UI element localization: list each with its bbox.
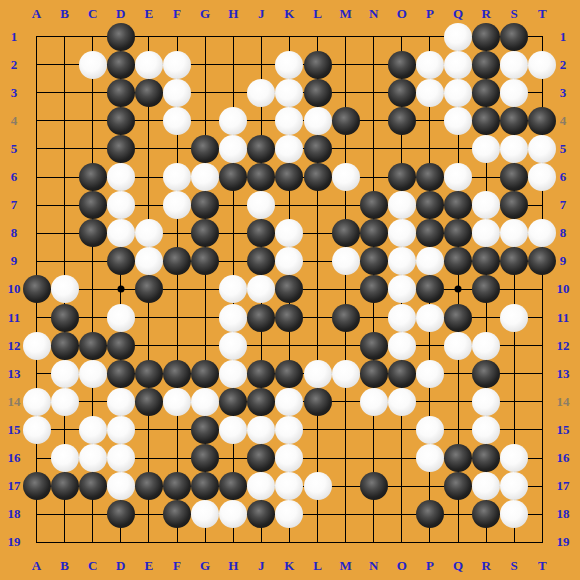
grid-line-horizontal bbox=[36, 542, 543, 543]
stone-black[interactable] bbox=[360, 332, 388, 360]
row-label-left: 19 bbox=[8, 534, 21, 550]
stone-white[interactable] bbox=[388, 275, 416, 303]
stone-black[interactable] bbox=[360, 275, 388, 303]
stone-black[interactable] bbox=[472, 51, 500, 79]
stone-white[interactable] bbox=[275, 388, 303, 416]
stone-black[interactable] bbox=[500, 107, 528, 135]
stone-black[interactable] bbox=[191, 219, 219, 247]
stone-black[interactable] bbox=[79, 219, 107, 247]
stone-white[interactable] bbox=[79, 360, 107, 388]
stone-black[interactable] bbox=[472, 500, 500, 528]
stone-black[interactable] bbox=[219, 472, 247, 500]
stone-black[interactable] bbox=[332, 304, 360, 332]
stone-white[interactable] bbox=[500, 472, 528, 500]
stone-black[interactable] bbox=[332, 219, 360, 247]
row-label-left: 11 bbox=[8, 310, 20, 326]
stone-black[interactable] bbox=[472, 444, 500, 472]
row-label-right: 3 bbox=[560, 85, 567, 101]
col-label-bottom: L bbox=[313, 558, 322, 574]
stone-black[interactable] bbox=[163, 247, 191, 275]
stone-black[interactable] bbox=[247, 163, 275, 191]
stone-white[interactable] bbox=[247, 472, 275, 500]
stone-black[interactable] bbox=[107, 79, 135, 107]
stone-white[interactable] bbox=[107, 219, 135, 247]
stone-white[interactable] bbox=[107, 304, 135, 332]
stone-white[interactable] bbox=[79, 416, 107, 444]
stone-black[interactable] bbox=[247, 135, 275, 163]
row-label-left: 6 bbox=[11, 169, 18, 185]
stone-white[interactable] bbox=[219, 360, 247, 388]
col-label-bottom: R bbox=[481, 558, 490, 574]
row-label-left: 17 bbox=[8, 478, 21, 494]
stone-white[interactable] bbox=[163, 388, 191, 416]
stone-black[interactable] bbox=[247, 360, 275, 388]
stone-black[interactable] bbox=[219, 388, 247, 416]
stone-white[interactable] bbox=[163, 79, 191, 107]
col-label-top: E bbox=[145, 6, 154, 22]
stone-black[interactable] bbox=[79, 332, 107, 360]
stone-black[interactable] bbox=[444, 304, 472, 332]
col-label-top: S bbox=[511, 6, 518, 22]
col-label-top: B bbox=[60, 6, 69, 22]
stone-black[interactable] bbox=[360, 472, 388, 500]
stone-black[interactable] bbox=[416, 500, 444, 528]
row-label-left: 18 bbox=[8, 506, 21, 522]
stone-white[interactable] bbox=[332, 247, 360, 275]
stone-black[interactable] bbox=[304, 135, 332, 163]
stone-black[interactable] bbox=[51, 304, 79, 332]
stone-black[interactable] bbox=[107, 23, 135, 51]
stone-white[interactable] bbox=[444, 107, 472, 135]
stone-white[interactable] bbox=[304, 360, 332, 388]
stone-black[interactable] bbox=[500, 247, 528, 275]
stone-white[interactable] bbox=[275, 135, 303, 163]
stone-white[interactable] bbox=[219, 304, 247, 332]
stone-black[interactable] bbox=[135, 360, 163, 388]
stone-white[interactable] bbox=[304, 472, 332, 500]
stone-white[interactable] bbox=[444, 79, 472, 107]
stone-black[interactable] bbox=[107, 51, 135, 79]
stone-white[interactable] bbox=[163, 107, 191, 135]
stone-black[interactable] bbox=[275, 275, 303, 303]
stone-black[interactable] bbox=[191, 472, 219, 500]
stone-white[interactable] bbox=[472, 332, 500, 360]
row-label-right: 2 bbox=[560, 57, 567, 73]
col-label-bottom: K bbox=[284, 558, 294, 574]
stone-white[interactable] bbox=[416, 304, 444, 332]
stone-black[interactable] bbox=[388, 360, 416, 388]
stone-white[interactable] bbox=[275, 219, 303, 247]
stone-white[interactable] bbox=[444, 23, 472, 51]
stone-black[interactable] bbox=[191, 247, 219, 275]
row-label-right: 11 bbox=[557, 310, 569, 326]
col-label-top: C bbox=[88, 6, 97, 22]
row-label-left: 1 bbox=[11, 29, 18, 45]
stone-white[interactable] bbox=[275, 107, 303, 135]
stone-black[interactable] bbox=[191, 360, 219, 388]
stone-white[interactable] bbox=[79, 51, 107, 79]
row-label-right: 14 bbox=[557, 394, 570, 410]
stone-black[interactable] bbox=[416, 163, 444, 191]
stone-white[interactable] bbox=[304, 107, 332, 135]
stone-black[interactable] bbox=[191, 135, 219, 163]
stone-black[interactable] bbox=[360, 247, 388, 275]
stone-white[interactable] bbox=[79, 444, 107, 472]
stone-black[interactable] bbox=[360, 219, 388, 247]
row-label-right: 9 bbox=[560, 253, 567, 269]
stone-white[interactable] bbox=[23, 416, 51, 444]
stone-white[interactable] bbox=[332, 163, 360, 191]
stone-white[interactable] bbox=[528, 51, 556, 79]
stone-white[interactable] bbox=[247, 416, 275, 444]
stone-black[interactable] bbox=[51, 472, 79, 500]
stone-black[interactable] bbox=[304, 79, 332, 107]
row-label-right: 7 bbox=[560, 197, 567, 213]
col-label-top: D bbox=[116, 6, 125, 22]
stone-black[interactable] bbox=[51, 332, 79, 360]
row-label-right: 15 bbox=[557, 422, 570, 438]
stone-black[interactable] bbox=[107, 247, 135, 275]
stone-black[interactable] bbox=[388, 51, 416, 79]
stone-black[interactable] bbox=[247, 304, 275, 332]
col-label-top: F bbox=[173, 6, 181, 22]
row-label-left: 5 bbox=[11, 141, 18, 157]
stone-white[interactable] bbox=[444, 163, 472, 191]
row-label-left: 8 bbox=[11, 225, 18, 241]
stone-black[interactable] bbox=[472, 247, 500, 275]
row-label-right: 5 bbox=[560, 141, 567, 157]
stone-black[interactable] bbox=[472, 107, 500, 135]
row-label-left: 3 bbox=[11, 85, 18, 101]
col-label-bottom: O bbox=[397, 558, 407, 574]
stone-white[interactable] bbox=[247, 191, 275, 219]
stone-white[interactable] bbox=[388, 304, 416, 332]
stone-black[interactable] bbox=[416, 191, 444, 219]
stone-white[interactable] bbox=[107, 444, 135, 472]
col-label-bottom: H bbox=[228, 558, 238, 574]
stone-white[interactable] bbox=[191, 500, 219, 528]
stone-white[interactable] bbox=[51, 360, 79, 388]
stone-black[interactable] bbox=[500, 163, 528, 191]
col-label-bottom: T bbox=[538, 558, 547, 574]
stone-white[interactable] bbox=[388, 191, 416, 219]
col-label-top: J bbox=[258, 6, 265, 22]
stone-black[interactable] bbox=[444, 247, 472, 275]
col-label-bottom: M bbox=[339, 558, 351, 574]
row-label-left: 12 bbox=[8, 338, 21, 354]
stone-white[interactable] bbox=[51, 388, 79, 416]
row-label-right: 13 bbox=[557, 366, 570, 382]
row-label-left: 9 bbox=[11, 253, 18, 269]
stone-black[interactable] bbox=[247, 247, 275, 275]
col-label-top: N bbox=[369, 6, 378, 22]
stone-black[interactable] bbox=[247, 219, 275, 247]
row-label-left: 13 bbox=[8, 366, 21, 382]
stone-black[interactable] bbox=[23, 472, 51, 500]
row-label-left: 16 bbox=[8, 450, 21, 466]
stone-white[interactable] bbox=[135, 51, 163, 79]
stone-white[interactable] bbox=[388, 388, 416, 416]
stone-black[interactable] bbox=[472, 360, 500, 388]
stone-white[interactable] bbox=[388, 247, 416, 275]
stone-white[interactable] bbox=[107, 163, 135, 191]
stone-white[interactable] bbox=[23, 388, 51, 416]
stone-black[interactable] bbox=[360, 191, 388, 219]
col-label-bottom: F bbox=[173, 558, 181, 574]
stone-white[interactable] bbox=[219, 332, 247, 360]
col-label-top: A bbox=[32, 6, 41, 22]
stone-black[interactable] bbox=[219, 163, 247, 191]
stone-white[interactable] bbox=[416, 51, 444, 79]
stone-white[interactable] bbox=[500, 51, 528, 79]
stone-white[interactable] bbox=[275, 79, 303, 107]
stone-black[interactable] bbox=[107, 107, 135, 135]
stone-white[interactable] bbox=[416, 247, 444, 275]
stone-white[interactable] bbox=[472, 135, 500, 163]
stone-black[interactable] bbox=[275, 304, 303, 332]
stone-white[interactable] bbox=[191, 163, 219, 191]
col-label-top: R bbox=[481, 6, 490, 22]
row-label-left: 15 bbox=[8, 422, 21, 438]
stone-black[interactable] bbox=[304, 388, 332, 416]
stone-black[interactable] bbox=[191, 191, 219, 219]
stone-white[interactable] bbox=[163, 191, 191, 219]
stone-black[interactable] bbox=[191, 444, 219, 472]
stone-white[interactable] bbox=[219, 275, 247, 303]
stone-white[interactable] bbox=[275, 444, 303, 472]
col-label-top: O bbox=[397, 6, 407, 22]
stone-white[interactable] bbox=[219, 135, 247, 163]
stone-black[interactable] bbox=[388, 79, 416, 107]
stone-black[interactable] bbox=[107, 500, 135, 528]
stone-white[interactable] bbox=[163, 163, 191, 191]
row-label-right: 8 bbox=[560, 225, 567, 241]
col-label-bottom: B bbox=[60, 558, 69, 574]
stone-black[interactable] bbox=[135, 472, 163, 500]
row-label-left: 2 bbox=[11, 57, 18, 73]
stone-black[interactable] bbox=[528, 247, 556, 275]
stone-black[interactable] bbox=[247, 444, 275, 472]
go-board-screen: AABBCCDDEEFFGGHHJJKKLLMMNNOOPPQQRRSSTT11… bbox=[0, 0, 580, 580]
stone-white[interactable] bbox=[107, 191, 135, 219]
stone-white[interactable] bbox=[135, 247, 163, 275]
stone-white[interactable] bbox=[500, 500, 528, 528]
stone-white[interactable] bbox=[275, 51, 303, 79]
col-label-top: G bbox=[200, 6, 210, 22]
stone-white[interactable] bbox=[107, 472, 135, 500]
stone-white[interactable] bbox=[219, 107, 247, 135]
stone-white[interactable] bbox=[219, 500, 247, 528]
stone-black[interactable] bbox=[79, 191, 107, 219]
col-label-top: K bbox=[284, 6, 294, 22]
stone-black[interactable] bbox=[191, 416, 219, 444]
stone-black[interactable] bbox=[444, 472, 472, 500]
stone-white[interactable] bbox=[275, 472, 303, 500]
stone-black[interactable] bbox=[163, 500, 191, 528]
stone-white[interactable] bbox=[528, 135, 556, 163]
row-label-left: 7 bbox=[11, 197, 18, 213]
col-label-bottom: G bbox=[200, 558, 210, 574]
stone-black[interactable] bbox=[304, 163, 332, 191]
stone-white[interactable] bbox=[275, 500, 303, 528]
hoshi-point bbox=[117, 286, 124, 293]
stone-white[interactable] bbox=[388, 219, 416, 247]
stone-white[interactable] bbox=[500, 219, 528, 247]
row-label-left: 14 bbox=[8, 394, 21, 410]
row-label-right: 1 bbox=[560, 29, 567, 45]
stone-white[interactable] bbox=[51, 275, 79, 303]
stone-black[interactable] bbox=[79, 472, 107, 500]
stone-white[interactable] bbox=[191, 388, 219, 416]
col-label-top: L bbox=[313, 6, 322, 22]
col-label-bottom: C bbox=[88, 558, 97, 574]
row-label-right: 12 bbox=[557, 338, 570, 354]
stone-white[interactable] bbox=[135, 219, 163, 247]
stone-white[interactable] bbox=[51, 444, 79, 472]
stone-white[interactable] bbox=[500, 444, 528, 472]
stone-black[interactable] bbox=[500, 23, 528, 51]
col-label-bottom: P bbox=[426, 558, 434, 574]
stone-black[interactable] bbox=[79, 163, 107, 191]
stone-white[interactable] bbox=[416, 360, 444, 388]
col-label-bottom: A bbox=[32, 558, 41, 574]
row-label-left: 4 bbox=[11, 113, 18, 129]
stone-black[interactable] bbox=[472, 79, 500, 107]
stone-white[interactable] bbox=[219, 416, 247, 444]
stone-white[interactable] bbox=[107, 388, 135, 416]
col-label-top: M bbox=[339, 6, 351, 22]
stone-white[interactable] bbox=[500, 135, 528, 163]
stone-black[interactable] bbox=[332, 107, 360, 135]
stone-black[interactable] bbox=[23, 275, 51, 303]
stone-black[interactable] bbox=[444, 444, 472, 472]
stone-black[interactable] bbox=[107, 360, 135, 388]
row-label-right: 4 bbox=[560, 113, 567, 129]
stone-black[interactable] bbox=[416, 219, 444, 247]
stone-white[interactable] bbox=[500, 79, 528, 107]
stone-white[interactable] bbox=[23, 332, 51, 360]
stone-white[interactable] bbox=[472, 416, 500, 444]
row-label-right: 16 bbox=[557, 450, 570, 466]
hoshi-point bbox=[455, 286, 462, 293]
col-label-top: Q bbox=[453, 6, 463, 22]
col-label-top: P bbox=[426, 6, 434, 22]
stone-white[interactable] bbox=[416, 416, 444, 444]
stone-white[interactable] bbox=[107, 416, 135, 444]
row-label-right: 17 bbox=[557, 478, 570, 494]
col-label-top: H bbox=[228, 6, 238, 22]
stone-black[interactable] bbox=[388, 163, 416, 191]
stone-white[interactable] bbox=[163, 51, 191, 79]
col-label-top: T bbox=[538, 6, 547, 22]
col-label-bottom: J bbox=[258, 558, 265, 574]
stone-white[interactable] bbox=[472, 219, 500, 247]
row-label-right: 19 bbox=[557, 534, 570, 550]
stone-white[interactable] bbox=[472, 472, 500, 500]
row-label-left: 10 bbox=[8, 281, 21, 297]
stone-black[interactable] bbox=[275, 163, 303, 191]
stone-black[interactable] bbox=[416, 275, 444, 303]
row-label-right: 10 bbox=[557, 281, 570, 297]
stone-black[interactable] bbox=[163, 360, 191, 388]
col-label-bottom: N bbox=[369, 558, 378, 574]
stone-black[interactable] bbox=[135, 79, 163, 107]
stone-white[interactable] bbox=[472, 191, 500, 219]
stone-white[interactable] bbox=[388, 332, 416, 360]
stone-black[interactable] bbox=[444, 191, 472, 219]
stone-black[interactable] bbox=[528, 107, 556, 135]
stone-black[interactable] bbox=[275, 360, 303, 388]
stone-black[interactable] bbox=[304, 51, 332, 79]
stone-white[interactable] bbox=[275, 247, 303, 275]
stone-white[interactable] bbox=[416, 79, 444, 107]
stone-white[interactable] bbox=[416, 444, 444, 472]
col-label-bottom: S bbox=[511, 558, 518, 574]
stone-white[interactable] bbox=[444, 51, 472, 79]
col-label-bottom: D bbox=[116, 558, 125, 574]
stone-black[interactable] bbox=[247, 500, 275, 528]
row-label-right: 18 bbox=[557, 506, 570, 522]
stone-black[interactable] bbox=[247, 388, 275, 416]
row-label-right: 6 bbox=[560, 169, 567, 185]
stone-black[interactable] bbox=[472, 275, 500, 303]
stone-black[interactable] bbox=[135, 275, 163, 303]
stone-white[interactable] bbox=[500, 304, 528, 332]
stone-black[interactable] bbox=[163, 472, 191, 500]
stone-white[interactable] bbox=[247, 275, 275, 303]
stone-black[interactable] bbox=[107, 332, 135, 360]
stone-white[interactable] bbox=[528, 219, 556, 247]
stone-black[interactable] bbox=[472, 23, 500, 51]
stone-white[interactable] bbox=[472, 388, 500, 416]
stone-white[interactable] bbox=[332, 360, 360, 388]
stone-black[interactable] bbox=[135, 388, 163, 416]
stone-white[interactable] bbox=[275, 416, 303, 444]
stone-white[interactable] bbox=[528, 163, 556, 191]
stone-white[interactable] bbox=[444, 332, 472, 360]
stone-white[interactable] bbox=[247, 79, 275, 107]
stone-black[interactable] bbox=[107, 135, 135, 163]
stone-black[interactable] bbox=[500, 191, 528, 219]
stone-black[interactable] bbox=[444, 219, 472, 247]
stone-black[interactable] bbox=[388, 107, 416, 135]
stone-black[interactable] bbox=[360, 360, 388, 388]
col-label-bottom: E bbox=[145, 558, 154, 574]
stone-white[interactable] bbox=[360, 388, 388, 416]
col-label-bottom: Q bbox=[453, 558, 463, 574]
